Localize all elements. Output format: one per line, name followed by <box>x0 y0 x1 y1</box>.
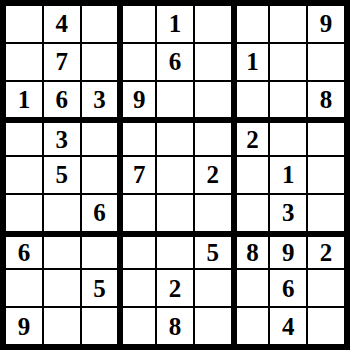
cell-r8c4[interactable] <box>119 270 155 306</box>
cell-r8c8-given: 6 <box>270 270 306 306</box>
cell-r9c8-given: 4 <box>270 308 306 344</box>
cell-r2c9[interactable] <box>308 44 344 80</box>
cell-r4c1[interactable] <box>6 119 42 155</box>
cell-r1c8[interactable] <box>270 6 306 42</box>
cell-r5c3[interactable] <box>82 157 118 193</box>
cell-r9c4[interactable] <box>119 308 155 344</box>
cell-r2c6[interactable] <box>195 44 231 80</box>
cell-r6c8-given: 3 <box>270 195 306 231</box>
cell-r1c3[interactable] <box>82 6 118 42</box>
cell-r3c9-given: 8 <box>308 82 344 118</box>
cell-r6c6[interactable] <box>195 195 231 231</box>
cell-r4c5[interactable] <box>157 119 193 155</box>
cell-r8c3-given: 5 <box>82 270 118 306</box>
cell-r1c7[interactable] <box>233 6 269 42</box>
cell-r3c3-given: 3 <box>82 82 118 118</box>
cell-r5c9[interactable] <box>308 157 344 193</box>
cell-r4c7-given: 2 <box>233 119 269 155</box>
cell-r9c1-given: 9 <box>6 308 42 344</box>
cell-r8c9[interactable] <box>308 270 344 306</box>
cell-r4c8[interactable] <box>270 119 306 155</box>
cell-r7c8-given: 9 <box>270 233 306 269</box>
cell-r5c7[interactable] <box>233 157 269 193</box>
cell-r1c4[interactable] <box>119 6 155 42</box>
cell-r5c1[interactable] <box>6 157 42 193</box>
cell-r4c6[interactable] <box>195 119 231 155</box>
cell-r5c5[interactable] <box>157 157 193 193</box>
cell-r7c2[interactable] <box>44 233 80 269</box>
cell-r6c2[interactable] <box>44 195 80 231</box>
cell-r6c9[interactable] <box>308 195 344 231</box>
cell-r8c7[interactable] <box>233 270 269 306</box>
cell-r2c1[interactable] <box>6 44 42 80</box>
cell-r9c5-given: 8 <box>157 308 193 344</box>
cell-r4c3[interactable] <box>82 119 118 155</box>
cell-r9c9[interactable] <box>308 308 344 344</box>
cell-r8c5-given: 2 <box>157 270 193 306</box>
cell-r6c3-given: 6 <box>82 195 118 231</box>
cell-r3c2-given: 6 <box>44 82 80 118</box>
cell-r4c9[interactable] <box>308 119 344 155</box>
cell-r7c3[interactable] <box>82 233 118 269</box>
cell-r3c8[interactable] <box>270 82 306 118</box>
cell-r9c3[interactable] <box>82 308 118 344</box>
cell-r4c4[interactable] <box>119 119 155 155</box>
cell-r7c6-given: 5 <box>195 233 231 269</box>
cell-r2c3[interactable] <box>82 44 118 80</box>
cell-r1c9-given: 9 <box>308 6 344 42</box>
cell-r5c6-given: 2 <box>195 157 231 193</box>
cell-r2c8[interactable] <box>270 44 306 80</box>
cell-r9c6[interactable] <box>195 308 231 344</box>
cell-r5c2-given: 5 <box>44 157 80 193</box>
cell-r7c9-given: 2 <box>308 233 344 269</box>
cell-r6c4[interactable] <box>119 195 155 231</box>
cell-r7c1-given: 6 <box>6 233 42 269</box>
cell-r8c1[interactable] <box>6 270 42 306</box>
cell-r3c4-given: 9 <box>119 82 155 118</box>
cell-r7c5[interactable] <box>157 233 193 269</box>
cell-r5c8-given: 1 <box>270 157 306 193</box>
cell-r6c7[interactable] <box>233 195 269 231</box>
cell-r5c4-given: 7 <box>119 157 155 193</box>
cell-r9c2[interactable] <box>44 308 80 344</box>
cell-r3c5[interactable] <box>157 82 193 118</box>
cell-r1c1[interactable] <box>6 6 42 42</box>
cell-r2c4[interactable] <box>119 44 155 80</box>
cell-r8c6[interactable] <box>195 270 231 306</box>
cell-r3c6[interactable] <box>195 82 231 118</box>
cell-r1c6[interactable] <box>195 6 231 42</box>
cell-r3c1-given: 1 <box>6 82 42 118</box>
cell-r6c1[interactable] <box>6 195 42 231</box>
cell-r2c5-given: 6 <box>157 44 193 80</box>
cell-r7c4[interactable] <box>119 233 155 269</box>
sudoku-board: 419761163983257216365892526984 <box>0 0 350 350</box>
cell-r2c2-given: 7 <box>44 44 80 80</box>
cell-r2c7-given: 1 <box>233 44 269 80</box>
cell-r3c7[interactable] <box>233 82 269 118</box>
cell-r7c7-given: 8 <box>233 233 269 269</box>
cell-r4c2-given: 3 <box>44 119 80 155</box>
cell-r1c5-given: 1 <box>157 6 193 42</box>
cell-r6c5[interactable] <box>157 195 193 231</box>
cell-r8c2[interactable] <box>44 270 80 306</box>
cell-r9c7[interactable] <box>233 308 269 344</box>
cell-r1c2-given: 4 <box>44 6 80 42</box>
